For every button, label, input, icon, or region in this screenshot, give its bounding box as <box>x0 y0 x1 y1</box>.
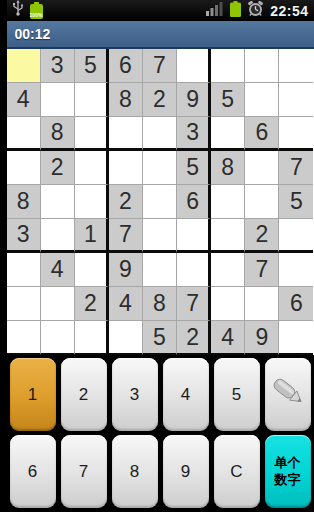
cell-r4c3[interactable] <box>75 151 109 185</box>
cell-r3c2[interactable]: 8 <box>41 117 75 151</box>
cell-r1c2[interactable]: 3 <box>41 49 75 83</box>
cell-r4c7[interactable]: 8 <box>211 151 245 185</box>
clock-time: 22:54 <box>270 3 308 19</box>
cell-r7c8[interactable]: 7 <box>245 253 279 287</box>
cell-r5c4[interactable]: 2 <box>109 185 143 219</box>
key-6[interactable]: 6 <box>10 435 56 508</box>
clear-button[interactable]: C <box>214 435 260 508</box>
cell-r4c4[interactable] <box>109 151 143 185</box>
cell-r9c2[interactable] <box>41 321 75 355</box>
cell-r7c7[interactable] <box>211 253 245 287</box>
game-timer: 00:12 <box>15 26 51 42</box>
key-7[interactable]: 7 <box>61 435 107 508</box>
key-4[interactable]: 4 <box>163 358 209 431</box>
cell-r1c5[interactable]: 7 <box>143 49 177 83</box>
alarm-clock-icon <box>247 1 264 21</box>
signal-icon <box>206 2 224 20</box>
cell-r8c1[interactable] <box>7 287 41 321</box>
cell-r2c1[interactable]: 4 <box>7 83 41 117</box>
key-1[interactable]: 1 <box>10 358 56 431</box>
battery-percent-label: 100% <box>30 12 43 19</box>
cell-r8c6[interactable]: 7 <box>177 287 211 321</box>
cell-r1c9[interactable] <box>279 49 313 83</box>
cell-r9c7[interactable]: 4 <box>211 321 245 355</box>
cell-r8c8[interactable] <box>245 287 279 321</box>
cell-r7c5[interactable] <box>143 253 177 287</box>
cell-r1c3[interactable]: 5 <box>75 49 109 83</box>
cell-r3c6[interactable]: 3 <box>177 117 211 151</box>
cell-r6c3[interactable]: 1 <box>75 219 109 253</box>
mode-button-line2: 数字 <box>275 472 301 488</box>
cell-r3c5[interactable] <box>143 117 177 151</box>
cell-r6c4[interactable]: 7 <box>109 219 143 253</box>
cell-r6c1[interactable]: 3 <box>7 219 41 253</box>
key-8[interactable]: 8 <box>112 435 158 508</box>
cell-r2c4[interactable]: 8 <box>109 83 143 117</box>
keypad-row-2: 6789 C 单个 数字 <box>10 435 311 508</box>
cell-r3c3[interactable] <box>75 117 109 151</box>
cell-r8c3[interactable]: 2 <box>75 287 109 321</box>
cell-r9c6[interactable]: 2 <box>177 321 211 355</box>
cell-r5c2[interactable] <box>41 185 75 219</box>
status-bar-left: 100% <box>12 0 43 21</box>
cell-r6c5[interactable] <box>143 219 177 253</box>
cell-r3c7[interactable] <box>211 117 245 151</box>
cell-r7c1[interactable] <box>7 253 41 287</box>
cell-r6c6[interactable] <box>177 219 211 253</box>
cell-r4c5[interactable] <box>143 151 177 185</box>
key-9[interactable]: 9 <box>163 435 209 508</box>
cell-r9c8[interactable]: 9 <box>245 321 279 355</box>
key-3[interactable]: 3 <box>112 358 158 431</box>
cell-r3c1[interactable] <box>7 117 41 151</box>
timer-bar: 00:12 <box>7 21 314 49</box>
pencil-button[interactable] <box>265 358 311 431</box>
cell-r2c8[interactable] <box>245 83 279 117</box>
cell-r1c1[interactable] <box>7 49 41 83</box>
cell-r8c5[interactable]: 8 <box>143 287 177 321</box>
cell-r4c2[interactable]: 2 <box>41 151 75 185</box>
keypad: 12345 6789 C <box>7 355 314 512</box>
cell-r2c2[interactable] <box>41 83 75 117</box>
cell-r9c4[interactable] <box>109 321 143 355</box>
cell-r5c8[interactable] <box>245 185 279 219</box>
cell-r5c7[interactable] <box>211 185 245 219</box>
sudoku-app-screen: 100% <box>7 0 314 512</box>
cell-r6c9[interactable] <box>279 219 313 253</box>
cell-r2c3[interactable] <box>75 83 109 117</box>
cell-r5c3[interactable] <box>75 185 109 219</box>
cell-r5c9[interactable]: 5 <box>279 185 313 219</box>
battery-icon <box>230 1 241 21</box>
cell-r5c1[interactable]: 8 <box>7 185 41 219</box>
cell-r2c6[interactable]: 9 <box>177 83 211 117</box>
cell-r7c6[interactable] <box>177 253 211 287</box>
sudoku-board: 356748295836258782653172497248765249 <box>7 49 314 355</box>
cell-r1c8[interactable] <box>245 49 279 83</box>
cell-r8c4[interactable]: 4 <box>109 287 143 321</box>
single-number-mode-button[interactable]: 单个 数字 <box>265 435 311 508</box>
status-bar: 100% <box>7 0 314 21</box>
status-bar-right: 22:54 <box>206 1 308 21</box>
cell-r6c2[interactable] <box>41 219 75 253</box>
cell-r6c8[interactable]: 2 <box>245 219 279 253</box>
cell-r2c9[interactable] <box>279 83 313 117</box>
mode-button-line1: 单个 <box>275 455 301 471</box>
cell-r7c3[interactable] <box>75 253 109 287</box>
cell-r5c5[interactable] <box>143 185 177 219</box>
cell-r3c9[interactable] <box>279 117 313 151</box>
key-2[interactable]: 2 <box>61 358 107 431</box>
pencil-icon <box>270 374 306 415</box>
cell-r4c8[interactable] <box>245 151 279 185</box>
cell-r9c9[interactable] <box>279 321 313 355</box>
cell-r5c6[interactable]: 6 <box>177 185 211 219</box>
cell-r8c9[interactable]: 6 <box>279 287 313 321</box>
battery-100-icon: 100% <box>30 2 43 19</box>
cell-r4c9[interactable]: 7 <box>279 151 313 185</box>
keypad-row-1: 12345 <box>10 358 311 431</box>
cell-r4c6[interactable]: 5 <box>177 151 211 185</box>
cell-r9c3[interactable] <box>75 321 109 355</box>
cell-r3c4[interactable] <box>109 117 143 151</box>
cell-r2c7[interactable]: 5 <box>211 83 245 117</box>
cell-r7c9[interactable] <box>279 253 313 287</box>
cell-r9c5[interactable]: 5 <box>143 321 177 355</box>
key-5[interactable]: 5 <box>214 358 260 431</box>
cell-r1c7[interactable] <box>211 49 245 83</box>
cell-r7c2[interactable]: 4 <box>41 253 75 287</box>
cell-r7c4[interactable]: 9 <box>109 253 143 287</box>
cell-r8c2[interactable] <box>41 287 75 321</box>
cell-r3c8[interactable]: 6 <box>245 117 279 151</box>
cell-r1c4[interactable]: 6 <box>109 49 143 83</box>
cell-r4c1[interactable] <box>7 151 41 185</box>
cell-r8c7[interactable] <box>211 287 245 321</box>
usb-icon <box>12 0 24 21</box>
cell-r1c6[interactable] <box>177 49 211 83</box>
cell-r9c1[interactable] <box>7 321 41 355</box>
cell-r6c7[interactable] <box>211 219 245 253</box>
cell-r2c5[interactable]: 2 <box>143 83 177 117</box>
